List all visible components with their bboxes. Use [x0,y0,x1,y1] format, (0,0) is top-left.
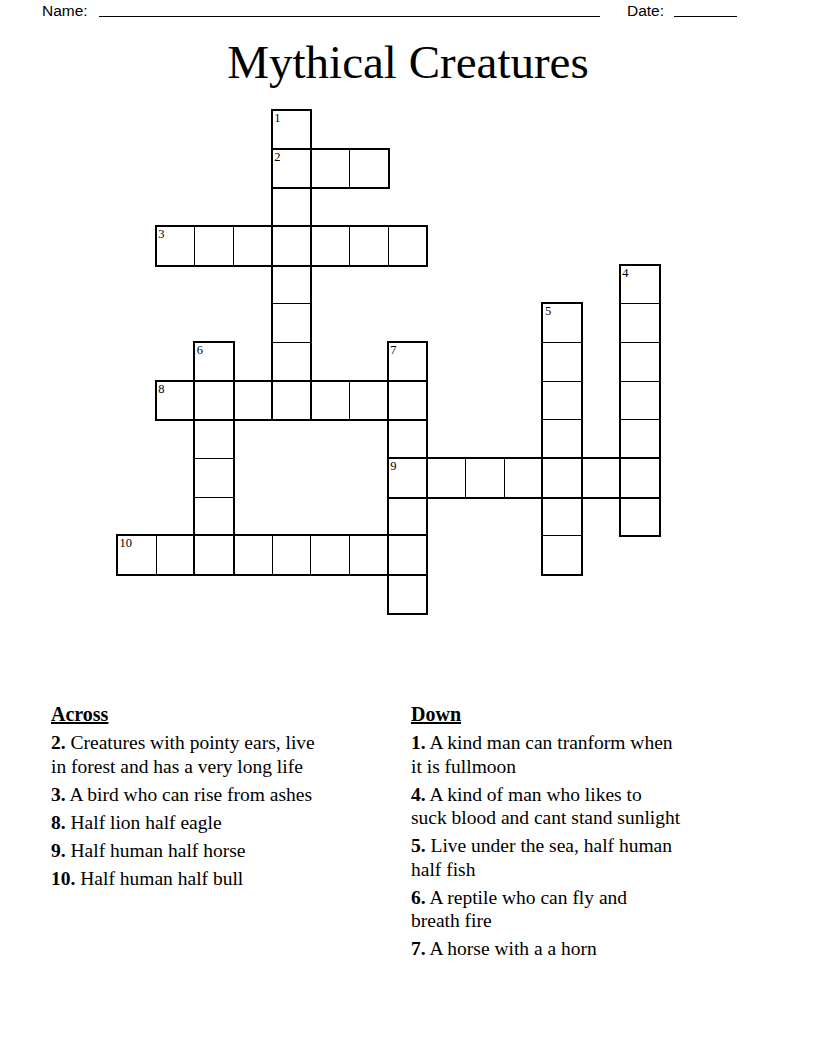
grid-cell[interactable] [272,303,312,343]
grid-cell[interactable] [349,149,389,189]
down-clues-section: Down 1. A kind man can tranform when it … [411,702,763,965]
grid-cell[interactable] [156,226,196,266]
clue-text: A bird who can rise from ashes [66,784,312,805]
clue-number-label: 3. [51,784,66,805]
clue-number-label: 7. [411,938,426,959]
grid-cell[interactable] [272,110,312,150]
clue-number-label: 4. [411,784,426,805]
clue-text: Live under the sea, half human half fish [411,835,672,880]
name-field-line[interactable] [99,16,600,17]
grid-cell[interactable] [388,381,428,421]
clue-number-label: 5. [411,835,426,856]
grid-cell[interactable] [388,574,428,614]
down-heading: Down [411,702,763,726]
clue-number-label: 6. [411,887,426,908]
grid-cell[interactable] [310,381,350,421]
grid-cell[interactable] [388,419,428,459]
grid-cell[interactable] [620,381,660,421]
grid-cell[interactable] [194,342,234,382]
grid-cell[interactable] [156,381,196,421]
grid-cell[interactable] [388,497,428,537]
across-heading: Across [51,702,407,726]
grid-cell[interactable] [620,342,660,382]
date-label: Date: [627,3,664,19]
clue-text: A kind of man who likes to suck blood an… [411,784,680,829]
grid-cell[interactable] [310,226,350,266]
grid-cell[interactable] [349,535,389,575]
page-title: Mythical Creatures [0,36,816,88]
grid-cell[interactable] [581,458,621,498]
clue-across-9: 9. Half human half horse [51,839,407,863]
name-label: Name: [42,3,88,19]
grid-cell[interactable] [233,535,273,575]
clue-number-label: 8. [51,812,66,833]
grid-cell[interactable] [117,535,157,575]
clue-number-label: 1. [411,732,426,753]
grid-cell[interactable] [542,535,582,575]
clue-across-3: 3. A bird who can rise from ashes [51,783,407,807]
grid-cell[interactable] [426,458,466,498]
clue-across-8: 8. Half lion half eagle [51,811,407,835]
grid-cell[interactable] [233,226,273,266]
grid-cell[interactable] [349,226,389,266]
clue-down-1: 1. A kind man can tranform when it is fu… [411,731,763,778]
clue-down-6: 6. A reptile who can fly and breath fire [411,886,763,933]
clue-text: Half human half bull [75,868,243,889]
grid-cell[interactable] [272,381,312,421]
grid-cell[interactable] [542,342,582,382]
grid-cell[interactable] [542,381,582,421]
grid-cell[interactable] [194,381,234,421]
clue-down-5: 5. Live under the sea, half human half f… [411,834,763,881]
grid-cell[interactable] [349,381,389,421]
grid-cell[interactable] [620,419,660,459]
crossword-grid: 12345678910 [117,110,659,614]
grid-cell[interactable] [620,458,660,498]
grid-cell[interactable] [388,535,428,575]
date-field-line[interactable] [674,16,737,17]
grid-cell[interactable] [272,226,312,266]
grid-cell[interactable] [542,419,582,459]
worksheet-page: Name: Date: Mythical Creatures 123456789… [0,0,816,1056]
clue-text: A horse with a a horn [426,938,597,959]
grid-cell[interactable] [388,458,428,498]
grid-cell[interactable] [388,342,428,382]
grid-cell[interactable] [504,458,544,498]
grid-cell[interactable] [620,497,660,537]
grid-cell[interactable] [272,187,312,227]
grid-cell[interactable] [542,497,582,537]
across-clues-section: Across 2. Creatures with pointy ears, li… [51,702,407,895]
clue-number-label: 2. [51,732,66,753]
down-clue-list: 1. A kind man can tranform when it is fu… [411,731,763,961]
grid-cell[interactable] [620,303,660,343]
grid-cell[interactable] [542,303,582,343]
grid-cell[interactable] [233,381,273,421]
grid-cell[interactable] [194,226,234,266]
grid-cell[interactable] [194,497,234,537]
clue-text: Half lion half eagle [66,812,222,833]
across-clue-list: 2. Creatures with pointy ears, live in f… [51,731,407,890]
grid-cell[interactable] [194,458,234,498]
grid-cell[interactable] [272,265,312,305]
clue-number-label: 9. [51,840,66,861]
clue-down-4: 4. A kind of man who likes to suck blood… [411,783,763,830]
grid-cell[interactable] [156,535,196,575]
grid-cell[interactable] [542,458,582,498]
clue-text: A reptile who can fly and breath fire [411,887,627,932]
clue-text: A kind man can tranform when it is fullm… [411,732,673,777]
clue-text: Creatures with pointy ears, live in fore… [51,732,315,777]
grid-cell[interactable] [388,226,428,266]
clue-number-label: 10. [51,868,75,889]
clue-across-10: 10. Half human half bull [51,867,407,891]
grid-cell[interactable] [272,535,312,575]
grid-cell[interactable] [310,149,350,189]
grid-cell[interactable] [465,458,505,498]
grid-cell[interactable] [272,149,312,189]
grid-cell[interactable] [620,265,660,305]
grid-cell[interactable] [272,342,312,382]
grid-cell[interactable] [194,535,234,575]
clue-down-7: 7. A horse with a a horn [411,937,763,961]
clue-across-2: 2. Creatures with pointy ears, live in f… [51,731,407,778]
clue-text: Half human half horse [66,840,246,861]
grid-cell[interactable] [310,535,350,575]
grid-cell[interactable] [194,419,234,459]
